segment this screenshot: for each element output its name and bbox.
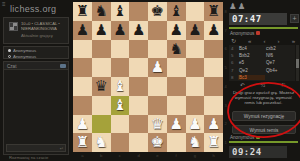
white-rook-a1[interactable]: ♜: [76, 133, 89, 152]
sidebar-player-black[interactable]: Anonymous: [8, 53, 68, 59]
square-h7[interactable]: ♟: [204, 21, 223, 40]
rank-label-1: 1: [225, 133, 227, 152]
black-knight-b8[interactable]: ♞: [94, 2, 107, 21]
square-d7[interactable]: ♟: [129, 21, 148, 40]
rank-label-8: 8: [225, 2, 227, 21]
square-e3[interactable]: [148, 96, 167, 115]
square-a5[interactable]: [73, 58, 92, 77]
cycle-move-icon[interactable]: ↻: [231, 38, 236, 45]
white-bishop-c3[interactable]: ♝: [113, 96, 126, 115]
black-move-4[interactable]: cxb2: [265, 46, 292, 51]
chat-box: Czat ↵: [3, 61, 69, 155]
player-clock: 09:24: [229, 146, 287, 158]
white-move-7[interactable]: Qe2: [238, 68, 265, 73]
file-coordinates: abcdefgh: [73, 153, 223, 158]
file-label-h: h: [204, 153, 223, 158]
black-queen-b4[interactable]: ♛: [94, 77, 107, 96]
black-king-e8[interactable]: ♚: [151, 2, 164, 21]
next-move-icon[interactable]: ›: [278, 38, 280, 45]
takeback-icon[interactable]: ↶: [240, 82, 245, 88]
force-resignation-button[interactable]: Wymuś rezygnację: [232, 111, 296, 121]
black-color-dot: [8, 55, 11, 58]
move-row-7: 7Qe2Qb4+: [229, 67, 295, 74]
file-label-c: c: [111, 153, 130, 158]
move-number: 8: [229, 75, 238, 80]
file-label-d: d: [129, 153, 148, 158]
square-e1[interactable]: ♚: [148, 133, 167, 152]
square-d8[interactable]: [129, 2, 148, 21]
captured-pawn-icon: ♟: [229, 1, 238, 11]
draw-icon[interactable]: ½: [261, 82, 266, 88]
square-a4[interactable]: [73, 77, 92, 96]
white-move-6[interactable]: e5: [238, 60, 265, 65]
square-h2[interactable]: ♟: [204, 115, 223, 134]
square-g2[interactable]: ♟: [186, 115, 205, 134]
replay-controls: ↻«‹›»: [231, 38, 295, 45]
square-e8[interactable]: ♚: [148, 2, 167, 21]
game-info-box: 10+0 • CLASSICAL • NIERANKINGOWA Aktualn…: [3, 17, 69, 44]
square-c2[interactable]: [111, 115, 130, 134]
move-row-4: 4Bc4cxb2: [229, 45, 295, 52]
give-more-time-button[interactable]: +: [290, 14, 299, 23]
file-label-b: b: [92, 153, 111, 158]
square-g7[interactable]: ♟: [186, 21, 205, 40]
move-number: 4: [229, 46, 238, 51]
move-list[interactable]: 4Bc4cxb25Bxb2Nf66e5Qe77Qe2Qb4+8Bc3: [229, 45, 295, 81]
rank-label-2: 2: [225, 115, 227, 134]
square-g3[interactable]: [186, 96, 205, 115]
square-c7[interactable]: ♟: [111, 21, 130, 40]
square-e2[interactable]: ♛: [148, 115, 167, 134]
lichess-game-page: ≡ lichess.org 10+0 • CLASSICAL • NIERANK…: [0, 0, 300, 161]
chat-input-wrap: ↵: [6, 144, 66, 152]
rank-label-6: 6: [225, 40, 227, 59]
black-move-5[interactable]: Nf6: [265, 53, 292, 58]
square-f2[interactable]: ♟: [167, 115, 186, 134]
file-label-g: g: [186, 153, 205, 158]
white-move-8[interactable]: Bc3: [238, 75, 265, 80]
white-pawn-f2[interactable]: ♟: [169, 115, 182, 134]
square-e5[interactable]: ♟: [148, 58, 167, 77]
site-logo[interactable]: lichess.org: [10, 4, 56, 14]
opponent-player-line: Anonymous: [230, 30, 260, 36]
square-g5[interactable]: [186, 58, 205, 77]
captured-pawn-icon: ♟: [238, 1, 247, 11]
white-king-e1[interactable]: ♚: [151, 133, 164, 152]
square-d1[interactable]: [129, 133, 148, 152]
players-box: AnonymousAnonymous: [3, 46, 69, 59]
black-pawn-a7[interactable]: ♟: [76, 21, 89, 40]
move-list-scrollbar[interactable]: [296, 45, 299, 81]
square-a8[interactable]: ♜: [73, 2, 92, 21]
square-g4[interactable]: [186, 77, 205, 96]
square-b8[interactable]: ♞: [92, 2, 111, 21]
square-c1[interactable]: [111, 133, 130, 152]
chat-input[interactable]: [7, 155, 59, 161]
game-rated-status: NIERANKINGOWA: [21, 26, 69, 31]
black-knight-f6[interactable]: ♞: [169, 40, 182, 59]
white-pawn-a2[interactable]: ♟: [76, 115, 89, 134]
move-row-8: 8Bc3: [229, 74, 295, 81]
move-row-5: 5Bxb2Nf6: [229, 52, 295, 59]
player-online-icon: [256, 136, 260, 140]
opponent-left-icon: [256, 31, 260, 35]
move-number: 6: [229, 60, 238, 65]
square-c3[interactable]: ♝: [111, 96, 130, 115]
move-number: 7: [229, 68, 238, 73]
square-f1[interactable]: [167, 133, 186, 152]
first-move-icon[interactable]: «: [248, 38, 251, 45]
square-h1[interactable]: ♜: [204, 133, 223, 152]
square-a7[interactable]: ♟: [73, 21, 92, 40]
force-draw-button[interactable]: Wymuś remis: [232, 125, 296, 135]
square-e6[interactable]: [148, 40, 167, 59]
previous-move-icon[interactable]: ‹: [264, 38, 266, 45]
chat-send-icon[interactable]: ↵: [60, 146, 64, 151]
square-h6[interactable]: [204, 40, 223, 59]
square-e7[interactable]: [148, 21, 167, 40]
game-type-icon: [9, 22, 18, 31]
white-pawn-e5[interactable]: ♟: [151, 58, 164, 77]
square-b1[interactable]: ♞: [92, 133, 111, 152]
black-pawn-h7[interactable]: ♟: [207, 21, 220, 40]
square-d5[interactable]: [129, 58, 148, 77]
square-f7[interactable]: ♟: [167, 21, 186, 40]
file-label-a: a: [73, 153, 92, 158]
square-d3[interactable]: [129, 96, 148, 115]
opponent-clock: 07:47: [229, 13, 287, 25]
square-f5[interactable]: [167, 58, 186, 77]
square-f3[interactable]: [167, 96, 186, 115]
black-pawn-f7[interactable]: ♟: [169, 21, 182, 40]
rank-label-5: 5: [225, 58, 227, 77]
black-move-6[interactable]: Qe7: [265, 60, 292, 65]
game-status-text: Aktualnie grający: [21, 33, 69, 38]
square-f6[interactable]: ♞: [167, 40, 186, 59]
chat-toggle-icon[interactable]: [60, 64, 66, 69]
square-f4[interactable]: [167, 77, 186, 96]
rank-label-4: 4: [225, 77, 227, 96]
opponent-clock-bar: [229, 27, 298, 29]
chat-header: Czat: [4, 62, 68, 70]
white-bishop-c4[interactable]: ♝: [113, 77, 126, 96]
square-g1[interactable]: ♞: [186, 133, 205, 152]
square-a2[interactable]: ♟: [73, 115, 92, 134]
sidebar-player-name: Anonymous: [13, 54, 36, 59]
square-d4[interactable]: [129, 77, 148, 96]
white-rook-h1[interactable]: ♜: [207, 133, 220, 152]
black-pawn-d7[interactable]: ♟: [132, 21, 145, 40]
black-pawn-b7[interactable]: ♟: [94, 21, 107, 40]
square-b5[interactable]: [92, 58, 111, 77]
white-pawn-g2[interactable]: ♟: [188, 115, 201, 134]
square-c6[interactable]: [111, 40, 130, 59]
rank-coordinates: 87654321: [225, 2, 227, 152]
move-row-6: 6e5Qe7: [229, 59, 295, 66]
square-h8[interactable]: ♜: [204, 2, 223, 21]
white-queen-e2[interactable]: ♛: [151, 115, 164, 134]
rank-label-7: 7: [225, 21, 227, 40]
resign-icon[interactable]: ⚐: [281, 82, 286, 88]
captured-pieces-tray: ♟♟: [229, 1, 246, 11]
game-actions-row: ↶½⚐: [240, 82, 286, 88]
white-pawn-h2[interactable]: ♟: [207, 115, 220, 134]
square-b2[interactable]: [92, 115, 111, 134]
square-f8[interactable]: ♝: [167, 2, 186, 21]
scrollbar-thumb[interactable]: [296, 59, 299, 68]
opponent-gone-message: Drugi gracz opuścił grę. Możesz wymusić …: [231, 90, 296, 106]
white-knight-g1[interactable]: ♞: [188, 133, 201, 152]
square-h5[interactable]: [204, 58, 223, 77]
square-b6[interactable]: [92, 40, 111, 59]
rank-label-3: 3: [225, 96, 227, 115]
square-c8[interactable]: ♝: [111, 2, 130, 21]
white-move-4[interactable]: Bc4: [238, 46, 265, 51]
square-a3[interactable]: [73, 96, 92, 115]
player-line: Anonymous: [230, 135, 260, 141]
square-b4[interactable]: ♛: [92, 77, 111, 96]
square-h3[interactable]: [204, 96, 223, 115]
square-b7[interactable]: ♟: [92, 21, 111, 40]
player-name[interactable]: Anonymous: [230, 135, 254, 140]
square-d6[interactable]: [129, 40, 148, 59]
chat-title: Czat: [7, 64, 16, 69]
square-h4[interactable]: [204, 77, 223, 96]
move-number: 5: [229, 53, 238, 58]
white-color-dot: [8, 49, 11, 52]
black-bishop-f8[interactable]: ♝: [169, 2, 182, 21]
file-label-e: e: [148, 153, 167, 158]
square-c5[interactable]: [111, 58, 130, 77]
file-label-f: f: [167, 153, 186, 158]
square-d2[interactable]: [129, 115, 148, 134]
opponent-name[interactable]: Anonymous: [230, 31, 254, 36]
square-b3[interactable]: [92, 96, 111, 115]
square-c4[interactable]: ♝: [111, 77, 130, 96]
square-a1[interactable]: ♜: [73, 133, 92, 152]
white-move-5[interactable]: Bxb2: [238, 53, 265, 58]
square-g8[interactable]: [186, 2, 205, 21]
menu-icon[interactable]: ≡: [2, 1, 6, 7]
black-bishop-c8[interactable]: ♝: [113, 2, 126, 21]
black-rook-a8[interactable]: ♜: [76, 2, 89, 21]
white-knight-b1[interactable]: ♞: [94, 133, 107, 152]
black-rook-h8[interactable]: ♜: [207, 2, 220, 21]
square-g6[interactable]: [186, 40, 205, 59]
black-move-7[interactable]: Qb4+: [265, 68, 292, 73]
player-clock-bar: [229, 141, 298, 143]
square-e4[interactable]: [148, 77, 167, 96]
black-pawn-g7[interactable]: ♟: [188, 21, 201, 40]
chess-board[interactable]: ♜♞♝♚♝♜♟♟♟♟♟♟♟♞♟♛♝♝♟♛♟♟♟♜♞♚♞♜: [73, 2, 223, 152]
last-move-icon[interactable]: »: [292, 38, 295, 45]
square-a6[interactable]: [73, 40, 92, 59]
black-pawn-c7[interactable]: ♟: [113, 21, 126, 40]
